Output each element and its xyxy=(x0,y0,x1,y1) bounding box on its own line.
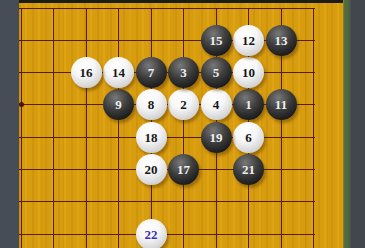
white-stone-move-8: 8 xyxy=(136,89,167,120)
white-stone-move-6: 6 xyxy=(233,122,264,153)
board-top-edge xyxy=(19,0,343,3)
grid-line-vertical xyxy=(183,8,184,248)
grid-line-vertical xyxy=(53,8,54,248)
star-point xyxy=(19,102,24,107)
move-number: 7 xyxy=(148,57,155,88)
black-stone-move-1: 1 xyxy=(233,89,264,120)
white-stone-move-2: 2 xyxy=(168,89,199,120)
move-number: 13 xyxy=(275,25,288,56)
grid-line-horizontal xyxy=(19,201,315,202)
grid-line-vertical xyxy=(313,8,314,248)
move-number: 19 xyxy=(210,122,223,153)
move-number: 10 xyxy=(242,57,255,88)
black-stone-move-3: 3 xyxy=(168,57,199,88)
grid-line-vertical xyxy=(118,8,119,248)
move-number: 2 xyxy=(180,89,187,120)
black-stone-move-19: 19 xyxy=(201,122,232,153)
black-stone-move-15: 15 xyxy=(201,25,232,56)
go-board[interactable]: 12345678910111213141516171819202122 xyxy=(19,0,343,248)
black-stone-move-11: 11 xyxy=(266,89,297,120)
white-stone-move-18: 18 xyxy=(136,122,167,153)
white-stone-move-20: 20 xyxy=(136,154,167,185)
grid-line-horizontal xyxy=(19,137,315,138)
board-right-edge xyxy=(343,0,351,248)
white-stone-move-12: 12 xyxy=(233,25,264,56)
move-number: 3 xyxy=(180,57,187,88)
move-number: 6 xyxy=(245,122,252,153)
white-stone-move-4: 4 xyxy=(201,89,232,120)
go-game-screenshot: 12345678910111213141516171819202122 xyxy=(0,0,365,248)
right-border xyxy=(351,0,365,248)
black-stone-move-21: 21 xyxy=(233,154,264,185)
white-stone-move-16: 16 xyxy=(71,57,102,88)
move-number: 14 xyxy=(112,57,125,88)
white-stone-move-14: 14 xyxy=(103,57,134,88)
black-stone-move-13: 13 xyxy=(266,25,297,56)
move-number: 12 xyxy=(242,25,255,56)
white-stone-move-10: 10 xyxy=(233,57,264,88)
move-number: 16 xyxy=(80,57,93,88)
move-number: 21 xyxy=(242,154,255,185)
move-number: 20 xyxy=(145,154,158,185)
move-number: 9 xyxy=(115,89,122,120)
move-number: 18 xyxy=(145,122,158,153)
move-number: 1 xyxy=(245,89,252,120)
grid-line-horizontal xyxy=(19,72,315,73)
left-border xyxy=(0,0,19,248)
black-stone-move-9: 9 xyxy=(103,89,134,120)
grid-line-horizontal xyxy=(19,8,315,9)
move-number: 4 xyxy=(213,89,220,120)
move-number: 8 xyxy=(148,89,155,120)
move-number: 11 xyxy=(275,89,287,120)
white-stone-move-22: 22 xyxy=(136,219,167,248)
grid-line-horizontal xyxy=(19,234,315,235)
grid-line-vertical xyxy=(21,8,22,248)
grid-line-horizontal xyxy=(19,169,315,170)
move-number: 15 xyxy=(210,25,223,56)
black-stone-move-17: 17 xyxy=(168,154,199,185)
move-number: 17 xyxy=(177,154,190,185)
grid-line-vertical xyxy=(86,8,87,248)
black-stone-move-7: 7 xyxy=(136,57,167,88)
black-stone-move-5: 5 xyxy=(201,57,232,88)
move-number: 22 xyxy=(145,219,158,248)
move-number: 5 xyxy=(213,57,220,88)
